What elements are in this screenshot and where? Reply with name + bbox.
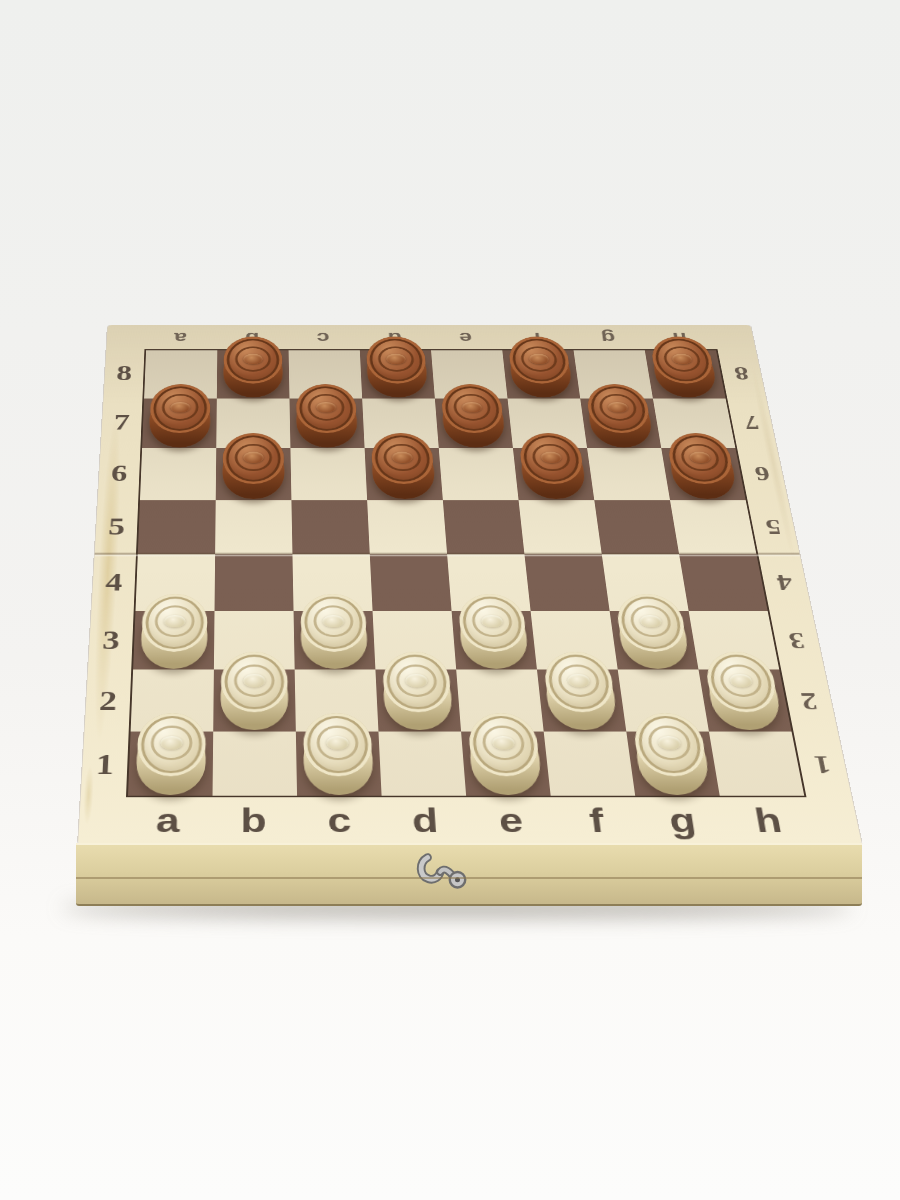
piece-light-d2[interactable] [382,652,454,730]
board-scene: abcdefgh abcdefgh 87654321 87654321 [78,61,862,845]
square-d8[interactable] [360,350,435,398]
piece-light-a1[interactable] [135,713,206,795]
piece-dark-b8[interactable] [223,337,283,398]
file-label-bottom-f: f [552,801,642,839]
square-c3[interactable] [294,611,376,670]
square-h6[interactable] [661,448,745,500]
square-h1[interactable] [709,731,804,796]
piece-top [300,594,367,652]
square-e3[interactable] [452,611,537,670]
file-label-bottom-g: g [637,801,729,839]
square-e5[interactable] [443,500,525,554]
piece-dark-f6[interactable] [518,433,588,499]
piece-light-b2[interactable] [220,652,288,730]
square-b5[interactable] [215,500,292,554]
square-d5[interactable] [367,500,447,554]
rank-label-left-4: 4 [91,554,136,611]
square-c5[interactable] [291,500,369,554]
file-label-bottom-c: c [296,801,383,839]
file-label-bottom-b: b [211,801,297,839]
square-a1[interactable] [128,731,213,796]
square-h5[interactable] [670,500,756,554]
square-e7[interactable] [435,398,513,448]
piece-light-c1[interactable] [303,713,375,795]
piece-dark-h6[interactable] [665,433,739,499]
file-label-bottom-h: h [722,801,815,839]
square-a6[interactable] [140,448,216,500]
square-f5[interactable] [519,500,602,554]
square-g6[interactable] [587,448,670,500]
piece-dark-g7[interactable] [585,384,655,447]
piece-dark-a7[interactable] [149,384,211,447]
square-b1[interactable] [213,731,298,796]
piece-dark-d6[interactable] [370,433,436,499]
file-label-top-e: e [429,328,502,347]
square-g5[interactable] [594,500,679,554]
piece-dark-c7[interactable] [296,384,359,447]
piece-dark-e7[interactable] [440,384,506,447]
piece-light-g1[interactable] [631,713,712,795]
square-a7[interactable] [142,398,217,448]
square-g1[interactable] [626,731,719,796]
piece-top [296,384,358,433]
piece-light-c3[interactable] [300,594,368,669]
square-c1[interactable] [296,731,382,796]
rank-label-left-3: 3 [88,611,134,670]
piece-top [223,337,283,384]
checkers-board: abcdefgh abcdefgh 87654321 87654321 [78,325,862,845]
rank-label-left-6: 6 [98,447,141,499]
square-f6[interactable] [513,448,594,500]
square-a5[interactable] [138,500,216,554]
square-b4[interactable] [215,554,294,610]
square-b6[interactable] [216,448,292,500]
piece-light-a3[interactable] [140,594,208,669]
piece-dark-f8[interactable] [507,337,574,398]
square-f8[interactable] [502,350,580,398]
file-label-bottom-a: a [124,801,211,839]
square-b2[interactable] [213,669,296,731]
square-f2[interactable] [537,669,626,731]
rank-label-left-2: 2 [84,670,131,732]
piece-light-e3[interactable] [457,594,530,669]
square-h8[interactable] [645,350,726,398]
board-front-edge [76,843,862,906]
file-label-bottom-d: d [381,801,469,839]
piece-light-g3[interactable] [614,594,691,669]
rank-label-left-7: 7 [101,397,143,447]
file-label-top-c: c [287,328,359,347]
square-f4[interactable] [524,554,609,610]
square-h4[interactable] [679,554,768,610]
file-label-bottom-e: e [467,801,556,839]
piece-top [222,433,284,484]
piece-top [303,713,374,776]
square-d4[interactable] [370,554,452,610]
square-d2[interactable] [375,669,461,731]
rank-label-left-1: 1 [81,732,129,797]
rank-label-left-8: 8 [104,349,145,397]
square-c7[interactable] [289,398,364,448]
piece-dark-d8[interactable] [365,337,428,398]
square-g7[interactable] [580,398,661,448]
hook-clasp-icon [414,849,472,899]
square-b8[interactable] [217,350,290,398]
square-c6[interactable] [290,448,367,500]
piece-dark-b6[interactable] [222,433,284,499]
piece-top [221,652,289,712]
square-e6[interactable] [439,448,519,500]
file-labels-bottom: abcdefgh [124,801,815,839]
square-g3[interactable] [610,611,699,670]
file-label-top-g: g [571,328,645,347]
square-d1[interactable] [378,731,466,796]
piece-light-e1[interactable] [467,713,543,795]
square-h2[interactable] [698,669,791,731]
square-f1[interactable] [544,731,636,796]
piece-light-f2[interactable] [542,652,619,730]
piece-dark-h8[interactable] [649,337,719,398]
rank-label-left-5: 5 [95,500,139,554]
square-d6[interactable] [365,448,443,500]
playing-field [126,349,807,797]
photo-background: abcdefgh abcdefgh 87654321 87654321 [0,0,900,1200]
file-label-top-a: a [145,328,217,347]
square-e1[interactable] [461,731,551,796]
square-a3[interactable] [133,611,214,670]
